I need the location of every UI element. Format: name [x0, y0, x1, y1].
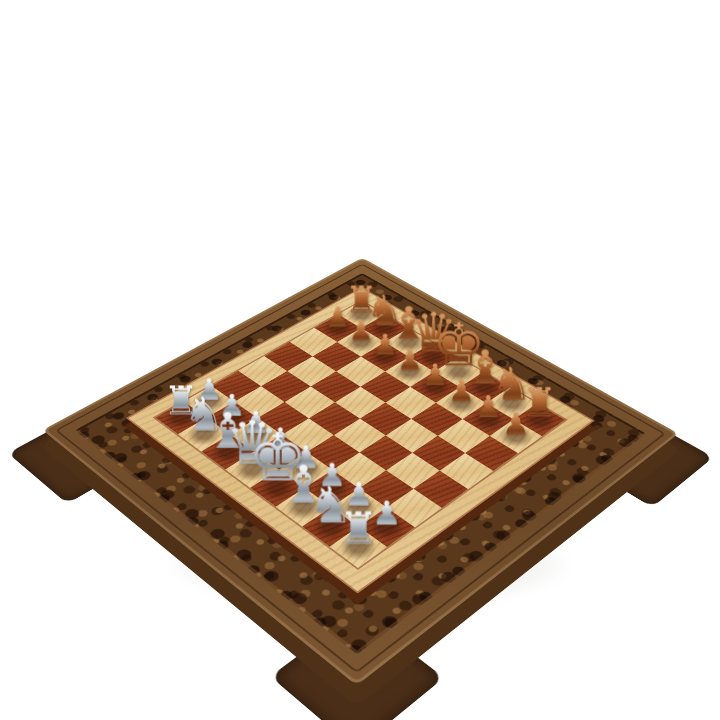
- rook-glyph: ♜: [338, 505, 378, 550]
- pawn-glyph: ♟: [475, 392, 502, 422]
- scene: ♜♞♝♛♚♝♞♜♟♟♟♟♟♟♟♟♟♟♟♟♟♟♟♟♜♞♝♛♚♝♞♜: [0, 0, 720, 720]
- pawn-glyph: ♟: [502, 409, 529, 440]
- chess-set-photo: ♜♞♝♛♚♝♞♜♟♟♟♟♟♟♟♟♟♟♟♟♟♟♟♟♜♞♝♛♚♝♞♜: [0, 0, 720, 720]
